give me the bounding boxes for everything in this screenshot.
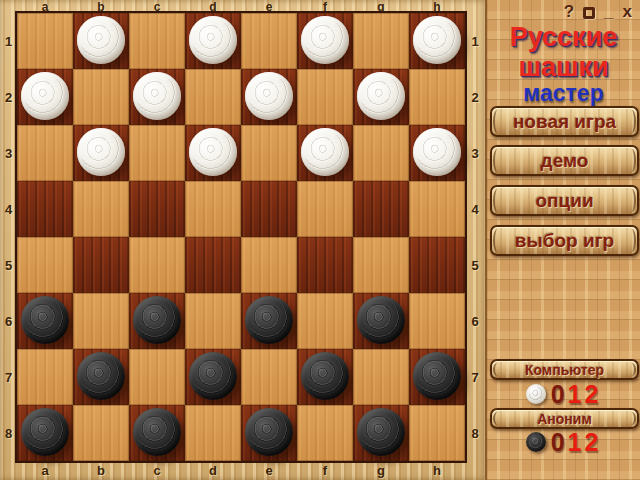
black-checker-g6[interactable] [357,296,405,344]
square-f6[interactable] [297,293,353,349]
square-c2[interactable] [129,69,185,125]
square-b4[interactable] [73,181,129,237]
square-h3[interactable] [409,125,465,181]
anonymous-score-value: 12 [568,428,602,456]
new-game-button[interactable]: новая игра [490,106,639,137]
square-a2[interactable] [17,69,73,125]
board-grid [15,11,467,463]
square-g6[interactable] [353,293,409,349]
black-checker-e8[interactable] [245,408,293,456]
app-title: Русские шашки мастер [487,24,640,105]
white-checker-f3[interactable] [301,128,349,176]
square-b2[interactable] [73,69,129,125]
square-d3[interactable] [185,125,241,181]
black-checker-a6[interactable] [21,296,69,344]
white-checker-e2[interactable] [245,72,293,120]
rank-label-right-1: 1 [465,13,485,69]
square-c6[interactable] [129,293,185,349]
title-line-2: шашки [487,54,640,81]
square-g7[interactable] [353,349,409,405]
square-h1[interactable] [409,13,465,69]
help-icon[interactable]: ? [564,4,574,20]
square-f3[interactable] [297,125,353,181]
square-d6[interactable] [185,293,241,349]
white-checker-icon [526,384,546,404]
square-c8[interactable] [129,405,185,461]
rank-label-right-8: 8 [465,405,485,461]
black-checker-e6[interactable] [245,296,293,344]
square-d7[interactable] [185,349,241,405]
square-c4[interactable] [129,181,185,237]
white-checker-a2[interactable] [21,72,69,120]
square-f2[interactable] [297,69,353,125]
square-b7[interactable] [73,349,129,405]
black-checker-d7[interactable] [189,352,237,400]
black-checker-a8[interactable] [21,408,69,456]
file-label-bottom-d: d [185,461,241,480]
square-b8[interactable] [73,405,129,461]
rank-label-right-2: 2 [465,69,485,125]
computer-score-row: 012 [487,382,640,406]
white-checker-h3[interactable] [413,128,461,176]
square-h4[interactable] [409,181,465,237]
square-h6[interactable] [409,293,465,349]
square-a1[interactable] [17,13,73,69]
black-checker-b7[interactable] [77,352,125,400]
game-select-button[interactable]: выбор игр [490,225,639,256]
file-label-bottom-f: f [297,461,353,480]
window-controls: ? _ x [564,4,632,20]
rank-label-right-3: 3 [465,125,485,181]
anonymous-player-name: Аноним [537,411,592,427]
options-button[interactable]: опции [490,185,639,216]
file-label-bottom-c: c [129,461,185,480]
square-a8[interactable] [17,405,73,461]
square-g1[interactable] [353,13,409,69]
computer-player-name: Компьютер [525,362,604,378]
square-a4[interactable] [17,181,73,237]
computer-score: 012 [551,382,602,407]
square-c3[interactable] [129,125,185,181]
maximize-icon[interactable] [583,7,595,19]
square-h7[interactable] [409,349,465,405]
square-e8[interactable] [241,405,297,461]
checkers-board: abcdefgh abcdefgh 12345678 12345678 [0,0,485,480]
square-f7[interactable] [297,349,353,405]
anonymous-score: 012 [551,430,602,455]
square-e7[interactable] [241,349,297,405]
square-d8[interactable] [185,405,241,461]
close-icon[interactable]: x [623,4,632,20]
sidebar: ? _ x Русские шашки мастер новая игра де… [485,0,640,480]
square-b3[interactable] [73,125,129,181]
square-h5[interactable] [409,237,465,293]
options-button-label: опции [535,190,593,212]
demo-button[interactable]: демо [490,145,639,176]
white-checker-b1[interactable] [77,16,125,64]
square-d5[interactable] [185,237,241,293]
square-g4[interactable] [353,181,409,237]
computer-score-value: 12 [568,380,602,408]
square-e2[interactable] [241,69,297,125]
minimize-icon[interactable]: _ [604,4,613,20]
white-checker-d3[interactable] [189,128,237,176]
file-labels-bottom: abcdefgh [17,461,465,480]
white-checker-c2[interactable] [133,72,181,120]
file-label-bottom-b: b [73,461,129,480]
square-d2[interactable] [185,69,241,125]
black-checker-icon [526,432,546,452]
square-c1[interactable] [129,13,185,69]
computer-player-plank[interactable]: Компьютер [490,359,639,380]
game-select-button-label: выбор игр [515,230,614,252]
white-checker-d1[interactable] [189,16,237,64]
white-checker-g2[interactable] [357,72,405,120]
square-g3[interactable] [353,125,409,181]
square-b5[interactable] [73,237,129,293]
title-line-1: Русские [510,22,618,52]
computer-score-leading-zero: 0 [551,380,568,408]
white-checker-h1[interactable] [413,16,461,64]
square-a3[interactable] [17,125,73,181]
square-e4[interactable] [241,181,297,237]
anonymous-player-plank[interactable]: Аноним [490,408,639,429]
square-g5[interactable] [353,237,409,293]
black-checker-h7[interactable] [413,352,461,400]
square-e3[interactable] [241,125,297,181]
white-checker-f1[interactable] [301,16,349,64]
square-e6[interactable] [241,293,297,349]
square-g2[interactable] [353,69,409,125]
square-e5[interactable] [241,237,297,293]
square-b1[interactable] [73,13,129,69]
square-a5[interactable] [17,237,73,293]
rank-label-right-5: 5 [465,237,485,293]
square-h2[interactable] [409,69,465,125]
black-checker-c8[interactable] [133,408,181,456]
square-c7[interactable] [129,349,185,405]
anonymous-score-leading-zero: 0 [551,428,568,456]
file-label-bottom-e: e [241,461,297,480]
square-f5[interactable] [297,237,353,293]
black-checker-f7[interactable] [301,352,349,400]
file-label-bottom-g: g [353,461,409,480]
rank-label-right-7: 7 [465,349,485,405]
square-a7[interactable] [17,349,73,405]
app-window: abcdefgh abcdefgh 12345678 12345678 ? _ … [0,0,640,480]
square-b6[interactable] [73,293,129,349]
square-d4[interactable] [185,181,241,237]
rank-labels-right: 12345678 [465,13,485,461]
rank-label-right-6: 6 [465,293,485,349]
file-label-bottom-h: h [409,461,465,480]
demo-button-label: демо [541,150,589,172]
anonymous-score-row: 012 [487,430,640,454]
square-d1[interactable] [185,13,241,69]
white-checker-b3[interactable] [77,128,125,176]
square-f8[interactable] [297,405,353,461]
square-h8[interactable] [409,405,465,461]
file-label-bottom-a: a [17,461,73,480]
square-f4[interactable] [297,181,353,237]
square-a6[interactable] [17,293,73,349]
square-c5[interactable] [129,237,185,293]
square-e1[interactable] [241,13,297,69]
square-f1[interactable] [297,13,353,69]
black-checker-g8[interactable] [357,408,405,456]
title-line-3: мастер [487,82,640,105]
new-game-button-label: новая игра [513,111,616,133]
rank-label-right-4: 4 [465,181,485,237]
square-g8[interactable] [353,405,409,461]
black-checker-c6[interactable] [133,296,181,344]
